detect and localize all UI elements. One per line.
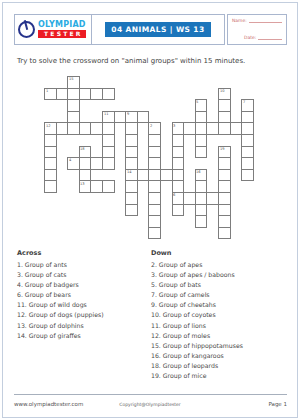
across-list: 1. Group of ants3. Group of cats4. Group… <box>17 261 104 339</box>
page-title: 04 ANIMALS | WS 13 <box>105 22 210 37</box>
crossword-grid: 15110571191223181941416136 <box>44 76 256 242</box>
cell-number: 9 <box>127 112 129 116</box>
cell-number: 14 <box>127 170 132 174</box>
down-title: Down <box>151 249 243 257</box>
name-date-box: Name: Date: <box>227 14 287 45</box>
footer-page-number: Page 1 <box>268 401 287 407</box>
crossword-cell <box>218 227 231 240</box>
logo-line1: OLYMPIAD <box>38 21 86 29</box>
crossword-cell <box>102 180 115 193</box>
footer-copyright: Copyright@Olympiadtester <box>0 402 300 407</box>
header: OLYMPIAD TESTER 04 ANIMALS | WS 13 Name:… <box>14 14 287 45</box>
cell-number: 12 <box>46 124 51 128</box>
logo: OLYMPIAD TESTER <box>14 14 92 45</box>
clue-item: 11. Group of lions <box>151 322 243 329</box>
cell-number: 10 <box>220 89 225 93</box>
date-label: Date: <box>244 35 256 40</box>
cell-number: 6 <box>173 193 175 197</box>
cell-number: 1 <box>46 89 48 93</box>
clue-item: 3. Group of cats <box>17 271 104 278</box>
cell-number: 3 <box>173 124 175 128</box>
crossword-cell <box>172 204 185 217</box>
clue-item: 5. Group of bats <box>151 281 243 288</box>
across-clues: Across 1. Group of ants3. Group of cats4… <box>17 249 104 342</box>
cell-number: 19 <box>220 147 225 151</box>
crossword-cell <box>241 169 254 182</box>
crossword-cell <box>195 146 208 159</box>
cell-number: 5 <box>196 100 198 104</box>
title-box: 04 ANIMALS | WS 13 <box>92 14 225 45</box>
crossword-cell <box>102 88 115 101</box>
down-list: 2. Group of apes3. Group of apes / baboo… <box>151 261 243 379</box>
olympiadtester-logo-icon <box>18 21 35 38</box>
name-blank-line <box>249 19 282 23</box>
worksheet-page: OLYMPIAD TESTER 04 ANIMALS | WS 13 Name:… <box>0 0 300 420</box>
clue-item: 13. Group of dolphins <box>17 322 104 329</box>
footer-divider <box>14 394 287 395</box>
logo-line2: TESTER <box>38 30 86 38</box>
instruction-text: Try to solve the crossword on "animal gr… <box>17 57 245 65</box>
cell-number: 15 <box>69 77 74 81</box>
clue-item: 12. Group of moles <box>151 332 243 339</box>
clue-item: 3. Group of apes / baboons <box>151 271 243 278</box>
date-blank-line <box>258 36 282 40</box>
clue-item: 7. Group of camels <box>151 291 243 298</box>
clue-item: 18. Group of leopards <box>151 362 243 369</box>
name-label: Name: <box>232 18 247 23</box>
crossword-cell <box>44 180 57 193</box>
clue-item: 14. Group of giraffes <box>17 332 104 339</box>
cell-number: 18 <box>80 147 85 151</box>
logo-text: OLYMPIAD TESTER <box>38 21 86 38</box>
clue-item: 11. Group of wild dogs <box>17 301 104 308</box>
name-row: Name: <box>232 18 282 23</box>
clue-item: 12. Group of dogs (puppies) <box>17 311 104 318</box>
crossword-cell <box>148 227 161 240</box>
clue-item: 10. Group of coyotes <box>151 311 243 318</box>
cell-number: 13 <box>80 182 85 186</box>
clue-item: 2. Group of apes <box>151 261 243 268</box>
clue-item: 19. Group of mice <box>151 372 243 379</box>
crossword-cell <box>195 215 208 228</box>
clue-item: 16. Group of kangaroos <box>151 352 243 359</box>
clue-item: 9. Group of cheetahs <box>151 301 243 308</box>
date-row: Date: <box>244 35 282 40</box>
cell-number: 16 <box>196 170 201 174</box>
clue-item: 1. Group of ants <box>17 261 104 268</box>
clue-item: 4. Group of badgers <box>17 281 104 288</box>
crossword-cell <box>102 157 115 170</box>
cell-number: 7 <box>243 100 245 104</box>
logo-bar <box>23 20 27 30</box>
across-title: Across <box>17 249 104 257</box>
down-clues: Down 2. Group of apes3. Group of apes / … <box>151 249 243 382</box>
crossword-cell <box>125 204 138 217</box>
clue-item: 15. Group of hippopotamuses <box>151 342 243 349</box>
clue-item: 6. Group of bears <box>17 291 104 298</box>
cell-number: 11 <box>104 112 109 116</box>
cell-number: 4 <box>69 158 71 162</box>
cell-number: 2 <box>150 124 152 128</box>
